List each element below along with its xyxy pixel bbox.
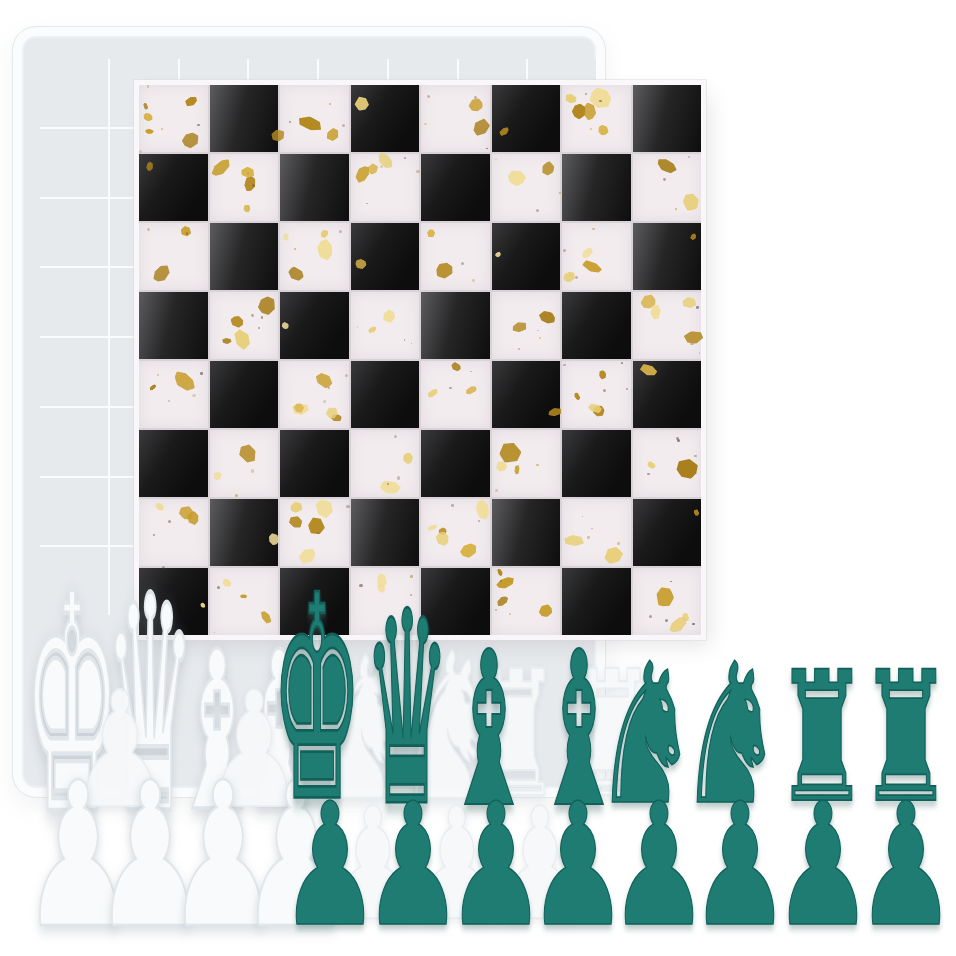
board-square-light <box>633 154 702 221</box>
board-square-dark <box>210 499 279 566</box>
board-square-light <box>633 568 702 635</box>
board-square-light <box>351 568 420 635</box>
mold-grid-cell <box>40 338 108 406</box>
teal-pawn: ♟ <box>792 812 854 924</box>
board-square-dark <box>421 292 490 359</box>
board-square-light <box>351 292 420 359</box>
mold-grid-cell <box>40 547 108 615</box>
board-square-light <box>492 292 561 359</box>
board-square-light <box>492 568 561 635</box>
board-square-dark <box>633 499 702 566</box>
board-square-dark <box>492 499 561 566</box>
teal-pawn-glyph: ♟ <box>279 780 380 950</box>
mold-grid-cell <box>40 408 108 476</box>
board-square-light <box>280 499 349 566</box>
board-square-dark <box>562 154 631 221</box>
white-mold-pawn: ♟ <box>188 794 258 926</box>
teal-pawn: ♟ <box>709 812 771 924</box>
teal-pawn: ♟ <box>299 812 361 924</box>
board-square-light <box>421 223 490 290</box>
board-square-dark <box>280 292 349 359</box>
teal-knight: ♞ <box>692 662 770 802</box>
white-mold-ghost-pawn: ♟ <box>510 816 570 918</box>
board-square-light <box>210 430 279 497</box>
white-mold-pawn: ♟ <box>261 794 331 926</box>
mold-grid-cell <box>40 478 108 546</box>
teal-pawn-glyph: ♟ <box>855 780 956 950</box>
board-square-light <box>562 223 631 290</box>
teal-pawn-glyph: ♟ <box>362 780 463 950</box>
white-mold-ghost-pawn-glyph: ♟ <box>324 787 422 942</box>
teal-knight: ♞ <box>607 662 685 802</box>
board-square-dark <box>280 430 349 497</box>
board-square-dark <box>351 499 420 566</box>
board-square-dark <box>633 85 702 152</box>
board-square-dark <box>351 85 420 152</box>
product-photo: ♚♛♝♝♟♟♞♞♜♜♟♟♟♟♟♟♟♚♛♝♝♞♞♜♜♟♟♟♟♟♟♟♟ <box>0 0 956 956</box>
teal-pawn: ♟ <box>465 812 527 924</box>
board-square-dark <box>633 361 702 428</box>
board-square-dark <box>351 361 420 428</box>
board-square-light <box>139 361 208 428</box>
board-square-dark <box>280 568 349 635</box>
teal-pawn-glyph: ♟ <box>772 780 873 950</box>
mold-grid-cell <box>40 59 108 127</box>
teal-pawn-glyph: ♟ <box>689 780 790 950</box>
board-square-light <box>633 292 702 359</box>
teal-knight-glyph: ♞ <box>678 637 784 831</box>
board-square-dark <box>562 568 631 635</box>
teal-pawn-glyph: ♟ <box>608 780 709 950</box>
board-square-light <box>562 499 631 566</box>
board-square-light <box>633 430 702 497</box>
board-square-dark <box>139 568 208 635</box>
board-square-dark <box>421 430 490 497</box>
board-square-dark <box>280 154 349 221</box>
board-square-dark <box>139 154 208 221</box>
chess-board <box>139 85 701 635</box>
white-mold-pawn: ♟ <box>43 794 113 926</box>
teal-pawn: ♟ <box>875 812 937 924</box>
board-square-dark <box>562 430 631 497</box>
board-square-light <box>421 85 490 152</box>
board-square-dark <box>421 568 490 635</box>
board-square-light <box>139 85 208 152</box>
teal-rook-glyph: ♜ <box>774 648 869 828</box>
board-square-dark <box>421 154 490 221</box>
teal-knight-glyph: ♞ <box>593 637 699 831</box>
teal-pawn: ♟ <box>547 812 609 924</box>
white-mold-ghost-pawn: ♟ <box>343 816 403 918</box>
board-square-dark <box>492 361 561 428</box>
board-square-dark <box>210 361 279 428</box>
board-square-light <box>210 154 279 221</box>
board-square-light <box>492 430 561 497</box>
board-square-light <box>139 223 208 290</box>
board-square-light <box>562 361 631 428</box>
board-square-light <box>421 499 490 566</box>
board-square-dark <box>139 292 208 359</box>
teal-pawn-glyph: ♟ <box>527 780 628 950</box>
mold-grid-cell <box>40 129 108 197</box>
white-mold-ghost-pawn-glyph: ♟ <box>408 787 506 942</box>
mold-grid-cell <box>40 268 108 336</box>
teal-rook: ♜ <box>873 674 939 800</box>
board-square-light <box>210 292 279 359</box>
mold-grid-cell <box>40 199 108 267</box>
board-square-light <box>421 361 490 428</box>
white-mold-pawn: ♟ <box>115 794 185 926</box>
board-square-dark <box>139 430 208 497</box>
teal-rook-glyph: ♜ <box>858 648 953 828</box>
board-square-dark <box>492 85 561 152</box>
board-square-light <box>562 85 631 152</box>
board-square-light <box>210 568 279 635</box>
board-square-dark <box>210 223 279 290</box>
white-mold-ghost-pawn: ♟ <box>427 816 487 918</box>
board-square-dark <box>492 223 561 290</box>
board-square-light <box>280 85 349 152</box>
teal-pawn-glyph: ♟ <box>445 780 546 950</box>
board-square-light <box>139 499 208 566</box>
teal-rook: ♜ <box>789 674 855 800</box>
white-mold-ghost-pawn-glyph: ♟ <box>491 787 589 942</box>
board-square-light <box>351 430 420 497</box>
board-square-light <box>280 361 349 428</box>
board-square-light <box>280 223 349 290</box>
teal-pawn: ♟ <box>628 812 690 924</box>
board-square-light <box>351 154 420 221</box>
board-square-dark <box>351 223 420 290</box>
board-square-dark <box>210 85 279 152</box>
board-square-light <box>492 154 561 221</box>
board-square-dark <box>633 223 702 290</box>
board-square-dark <box>562 292 631 359</box>
teal-pawn: ♟ <box>382 812 444 924</box>
